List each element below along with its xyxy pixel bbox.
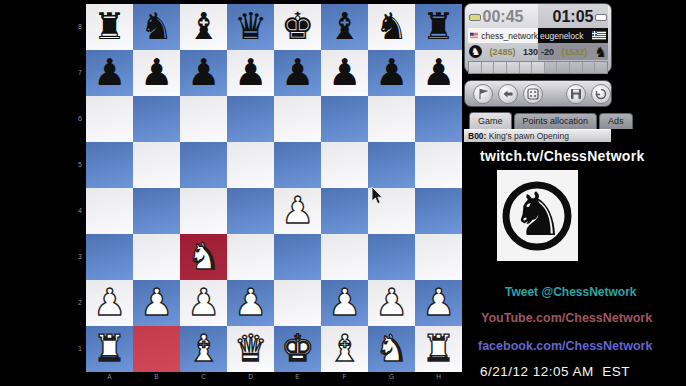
mouse-cursor-icon — [371, 187, 384, 205]
tab-ads[interactable]: Ads — [599, 113, 633, 129]
square-h1[interactable]: ♜ — [415, 326, 462, 372]
square-d7[interactable]: ♟ — [227, 50, 274, 96]
side-tabs: Game Points allocation Ads — [464, 111, 633, 129]
square-d1[interactable]: ♛ — [227, 326, 274, 372]
save-disk-icon — [570, 88, 582, 100]
black-rating-cell: -20 (1532) ♞ — [538, 43, 608, 60]
game-toolbar — [464, 80, 612, 107]
timestamp-text: 6/21/12 12:05 AM EST — [480, 364, 630, 379]
file-label-h: H — [415, 373, 462, 380]
dice-button[interactable] — [523, 84, 543, 104]
square-c8[interactable]: ♝ — [180, 4, 227, 50]
save-game-button[interactable] — [566, 84, 586, 104]
square-e6[interactable] — [274, 96, 321, 142]
square-d4[interactable] — [227, 188, 274, 234]
square-e5[interactable] — [274, 142, 321, 188]
rank-label-7: 7 — [66, 50, 82, 96]
square-f3[interactable] — [321, 234, 368, 280]
black-pawn: ♟ — [328, 54, 361, 91]
white-player-name: chess_network — [481, 31, 538, 41]
black-rook: ♜ — [422, 8, 455, 45]
square-a5[interactable] — [86, 142, 133, 188]
square-g6[interactable] — [368, 96, 415, 142]
svg-text:♞: ♞ — [511, 179, 565, 249]
file-label-b: B — [133, 373, 180, 380]
square-b7[interactable]: ♟ — [133, 50, 180, 96]
black-pawn: ♟ — [422, 54, 455, 91]
square-h2[interactable]: ♟ — [415, 280, 462, 326]
square-d5[interactable] — [227, 142, 274, 188]
black-pawn: ♟ — [140, 54, 173, 91]
white-rook: ♜ — [422, 330, 455, 367]
rank-labels: 87654321 — [66, 4, 82, 372]
square-f5[interactable] — [321, 142, 368, 188]
white-clock-led — [469, 14, 481, 21]
square-f1[interactable]: ♝ — [321, 326, 368, 372]
file-label-d: D — [227, 373, 274, 380]
rank-label-2: 2 — [66, 280, 82, 326]
white-pawn: ♟ — [375, 284, 408, 321]
square-g1[interactable]: ♞ — [368, 326, 415, 372]
opening-code: B00: — [468, 131, 486, 141]
file-label-f: F — [321, 373, 368, 380]
takeback-arrow-icon — [502, 88, 514, 100]
square-h8[interactable]: ♜ — [415, 4, 462, 50]
square-h3[interactable] — [415, 234, 462, 280]
black-player-name: eugenelock — [540, 31, 583, 41]
rank-label-3: 3 — [66, 234, 82, 280]
player-names-row: chess_network eugenelock — [468, 28, 608, 43]
white-pawn: ♟ — [93, 284, 126, 321]
square-d6[interactable] — [227, 96, 274, 142]
black-points: -20 — [541, 47, 554, 57]
square-f8[interactable]: ♝ — [321, 4, 368, 50]
square-c7[interactable]: ♟ — [180, 50, 227, 96]
chessnetwork-logo: ♞ — [497, 170, 578, 261]
black-pawn: ♟ — [375, 54, 408, 91]
square-a6[interactable] — [86, 96, 133, 142]
black-rook: ♜ — [93, 8, 126, 45]
square-e8[interactable]: ♚ — [274, 4, 321, 50]
tab-points-allocation[interactable]: Points allocation — [514, 113, 598, 129]
black-bishop: ♝ — [328, 8, 361, 45]
rank-label-4: 4 — [66, 188, 82, 234]
rank-label-8: 8 — [66, 4, 82, 50]
white-pawn: ♟ — [328, 284, 361, 321]
black-pawn: ♟ — [93, 54, 126, 91]
square-a4[interactable] — [86, 188, 133, 234]
file-label-a: A — [86, 373, 133, 380]
white-knight-icon: ♞ — [469, 45, 482, 58]
rank-label-6: 6 — [66, 96, 82, 142]
youtube-link-text: YouTube.com/ChessNetwork — [481, 311, 652, 325]
flip-refresh-icon — [595, 88, 607, 100]
black-pawn: ♟ — [187, 54, 220, 91]
white-knight: ♞ — [187, 238, 220, 275]
black-rating: (1532) — [554, 47, 594, 57]
resign-flag-icon — [477, 88, 489, 100]
white-rook: ♜ — [93, 330, 126, 367]
square-b1[interactable] — [133, 326, 180, 372]
greece-flag-icon — [592, 31, 606, 40]
tab-game[interactable]: Game — [469, 112, 512, 129]
square-h6[interactable] — [415, 96, 462, 142]
square-b5[interactable] — [133, 142, 180, 188]
file-label-g: G — [368, 373, 415, 380]
black-knight: ♞ — [375, 8, 408, 45]
square-c6[interactable] — [180, 96, 227, 142]
square-f2[interactable]: ♟ — [321, 280, 368, 326]
square-c4[interactable] — [180, 188, 227, 234]
takeback-button[interactable] — [498, 84, 518, 104]
square-a3[interactable] — [86, 234, 133, 280]
square-a2[interactable]: ♟ — [86, 280, 133, 326]
white-pawn: ♟ — [234, 284, 267, 321]
black-pawn: ♟ — [234, 54, 267, 91]
us-flag-icon — [470, 31, 478, 40]
white-bishop: ♝ — [187, 330, 220, 367]
file-labels: ABCDEFGH — [86, 373, 462, 380]
app-window: 87654321 ♜♞♝♛♚♝♞♜♟♟♟♟♟♟♟♟♟♞♟♟♟♟♟♟♟♜♝♛♚♝♞… — [0, 0, 686, 386]
rank-label-1: 1 — [66, 326, 82, 372]
square-a1[interactable]: ♜ — [86, 326, 133, 372]
white-queen: ♛ — [234, 330, 267, 367]
square-f6[interactable] — [321, 96, 368, 142]
square-g3[interactable] — [368, 234, 415, 280]
black-clock-led — [595, 14, 607, 21]
rank-label-5: 5 — [66, 142, 82, 188]
square-c5[interactable] — [180, 142, 227, 188]
dice-icon — [527, 88, 539, 100]
square-e3[interactable] — [274, 234, 321, 280]
black-pawn: ♟ — [281, 54, 314, 91]
square-h5[interactable] — [415, 142, 462, 188]
clock-panel: 00:45 01:05 chess_network eugenelock — [464, 3, 612, 73]
square-c1[interactable]: ♝ — [180, 326, 227, 372]
square-a7[interactable]: ♟ — [86, 50, 133, 96]
white-rating: (2485) — [482, 47, 523, 57]
square-d8[interactable]: ♛ — [227, 4, 274, 50]
square-d3[interactable] — [227, 234, 274, 280]
square-e4[interactable]: ♟ — [274, 188, 321, 234]
square-e1[interactable]: ♚ — [274, 326, 321, 372]
white-player: chess_network — [468, 28, 538, 43]
square-f7[interactable]: ♟ — [321, 50, 368, 96]
file-label-e: E — [274, 373, 321, 380]
white-pawn: ♟ — [422, 284, 455, 321]
square-d2[interactable]: ♟ — [227, 280, 274, 326]
black-knight-icon: ♞ — [594, 45, 607, 59]
white-pawn: ♟ — [281, 192, 314, 229]
square-g2[interactable]: ♟ — [368, 280, 415, 326]
flip-board-button[interactable] — [591, 84, 611, 104]
square-c3[interactable]: ♞ — [180, 234, 227, 280]
black-player: eugenelock — [538, 28, 608, 43]
twitch-link-text: twitch.tv/ChessNetwork — [480, 148, 645, 164]
square-b4[interactable] — [133, 188, 180, 234]
white-knight: ♞ — [375, 330, 408, 367]
file-label-c: C — [180, 373, 227, 380]
square-f4[interactable] — [321, 188, 368, 234]
square-g5[interactable] — [368, 142, 415, 188]
black-queen: ♛ — [234, 8, 267, 45]
white-rating-cell: ♞ (2485) 130 — [468, 43, 538, 60]
square-g8[interactable]: ♞ — [368, 4, 415, 50]
white-pawn: ♟ — [140, 284, 173, 321]
square-b8[interactable]: ♞ — [133, 4, 180, 50]
square-g7[interactable]: ♟ — [368, 50, 415, 96]
opening-name: King's pawn Opening — [486, 131, 568, 141]
square-e2[interactable] — [274, 280, 321, 326]
square-c2[interactable]: ♟ — [180, 280, 227, 326]
white-pawn: ♟ — [187, 284, 220, 321]
square-a8[interactable]: ♜ — [86, 4, 133, 50]
black-king: ♚ — [281, 8, 314, 45]
captured-pieces-tray — [468, 61, 608, 74]
clock-row: 00:45 01:05 — [468, 6, 608, 28]
square-b2[interactable]: ♟ — [133, 280, 180, 326]
square-h7[interactable]: ♟ — [415, 50, 462, 96]
square-e7[interactable]: ♟ — [274, 50, 321, 96]
ratings-row: ♞ (2485) 130 -20 (1532) ♞ — [468, 43, 608, 60]
chess-board: ♜♞♝♛♚♝♞♜♟♟♟♟♟♟♟♟♟♞♟♟♟♟♟♟♟♜♝♛♚♝♞♜ — [86, 4, 462, 372]
twitter-link-text: Tweet @ChessNetwork — [505, 285, 637, 299]
opening-name-bar: B00: King's pawn Opening — [464, 129, 611, 142]
square-b6[interactable] — [133, 96, 180, 142]
white-points: 130 — [523, 47, 538, 57]
facebook-link-text: facebook.com/ChessNetwork — [478, 339, 652, 353]
square-h4[interactable] — [415, 188, 462, 234]
black-knight: ♞ — [140, 8, 173, 45]
resign-flag-button[interactable] — [473, 84, 493, 104]
square-b3[interactable] — [133, 234, 180, 280]
white-king: ♚ — [281, 330, 314, 367]
black-bishop: ♝ — [187, 8, 220, 45]
white-bishop: ♝ — [328, 330, 361, 367]
